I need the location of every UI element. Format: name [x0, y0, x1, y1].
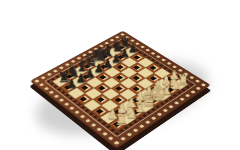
square-a1[interactable]: ♜ — [109, 118, 127, 131]
black-pawn[interactable]: ♟ — [59, 78, 83, 90]
chess-set-photo: ♜♞♝♛♚♝♞♜♟♟♟♟♟♟♟♟♟♟♟♟♟♟♟♟♜♞♝♛♚♝♞♜ — [0, 0, 240, 150]
square-f4[interactable] — [129, 73, 146, 84]
square-e5[interactable] — [112, 72, 129, 83]
white-rook[interactable]: ♜ — [108, 112, 134, 127]
